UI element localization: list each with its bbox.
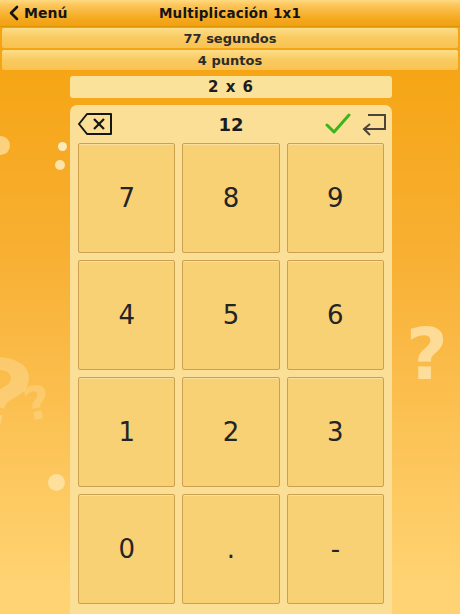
- timer-text: 77 segundos: [184, 31, 277, 46]
- key-8[interactable]: 8: [182, 143, 279, 253]
- answer-row: 12: [70, 105, 392, 143]
- score-text: 4 puntos: [198, 53, 262, 68]
- question-mark-decoration: ?: [0, 342, 41, 453]
- page-title: Multiplicación 1x1: [0, 0, 460, 26]
- key-6[interactable]: 6: [287, 260, 384, 370]
- dot-decoration: [55, 160, 65, 170]
- dot-decoration: [58, 142, 67, 151]
- key-9[interactable]: 9: [287, 143, 384, 253]
- keypad-panel: 12 7 8 9 4 5: [70, 105, 392, 614]
- key-4[interactable]: 4: [78, 260, 175, 370]
- check-icon: [325, 113, 351, 135]
- key-1[interactable]: 1: [78, 377, 175, 487]
- key-3[interactable]: 3: [287, 377, 384, 487]
- enter-button[interactable]: [357, 111, 387, 137]
- key-5[interactable]: 5: [182, 260, 279, 370]
- question-mark-decoration: ?: [406, 318, 448, 390]
- question-bar: 2 x 6: [70, 76, 392, 98]
- dot-decoration: [48, 474, 65, 491]
- key-7[interactable]: 7: [78, 143, 175, 253]
- key-0[interactable]: 0: [78, 494, 175, 604]
- question-mark-decoration: ?: [20, 378, 56, 429]
- dot-decoration: [0, 136, 10, 155]
- question-text: 2 x 6: [208, 78, 254, 96]
- app-screen: ? ? ? Menú Multiplicación 1x1 77 segundo…: [0, 0, 460, 614]
- key-2[interactable]: 2: [182, 377, 279, 487]
- key-minus[interactable]: -: [287, 494, 384, 604]
- key-decimal[interactable]: .: [182, 494, 279, 604]
- header: Menú Multiplicación 1x1: [0, 0, 460, 27]
- keypad: 7 8 9 4 5 6 1 2 3 0 . -: [78, 143, 384, 604]
- enter-icon: [357, 111, 387, 137]
- score-bar: 4 puntos: [2, 50, 458, 70]
- answer-actions: [325, 105, 387, 143]
- timer-bar: 77 segundos: [2, 28, 458, 48]
